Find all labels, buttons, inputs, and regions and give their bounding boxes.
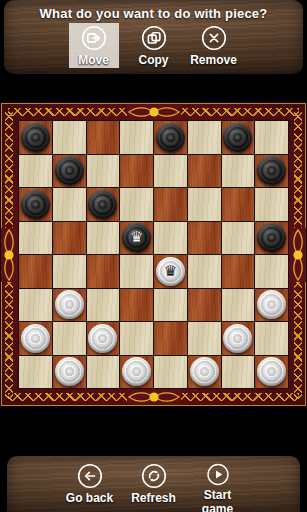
square-r6c1[interactable] (19, 289, 52, 322)
square-r4c2[interactable] (53, 222, 86, 255)
square-r2c6[interactable] (188, 155, 221, 188)
checkers-app-screen: { "game": "checkers (draughts), 8x8 boar… (0, 0, 307, 512)
square-r6c8[interactable] (255, 289, 288, 322)
dialog-title: What do you want to do with piece? (4, 0, 303, 21)
square-r5c8[interactable] (255, 255, 288, 288)
square-r3c8[interactable] (255, 188, 288, 221)
square-r3c6[interactable] (188, 188, 221, 221)
square-r7c3[interactable] (87, 322, 120, 355)
black-man[interactable] (55, 156, 84, 185)
square-r5c5[interactable]: ♛ (154, 255, 187, 288)
square-r4c6[interactable] (188, 222, 221, 255)
black-man[interactable] (223, 123, 252, 152)
square-r4c8[interactable] (255, 222, 288, 255)
white-king[interactable]: ♛ (156, 257, 185, 286)
go-back-button[interactable]: Go back (59, 463, 121, 512)
start-game-button-label: Start game (187, 488, 249, 512)
black-man[interactable] (257, 223, 286, 252)
square-r3c2[interactable] (53, 188, 86, 221)
copy-icon (141, 25, 167, 51)
square-r4c5[interactable] (154, 222, 187, 255)
square-r5c2[interactable] (53, 255, 86, 288)
square-r6c2[interactable] (53, 289, 86, 322)
square-r6c5[interactable] (154, 289, 187, 322)
square-r5c6[interactable] (188, 255, 221, 288)
white-man[interactable] (257, 290, 286, 319)
checkers-board: ♛♛ (0, 102, 307, 407)
square-r4c7[interactable] (222, 222, 255, 255)
white-man[interactable] (223, 324, 252, 353)
white-man[interactable] (55, 290, 84, 319)
square-r5c1[interactable] (19, 255, 52, 288)
start-game-icon (205, 463, 231, 486)
dialog-buttons: Move Copy Remove (4, 23, 303, 68)
black-king[interactable]: ♛ (122, 223, 151, 252)
square-r5c4[interactable] (120, 255, 153, 288)
square-r4c3[interactable] (87, 222, 120, 255)
square-r2c7[interactable] (222, 155, 255, 188)
black-man[interactable] (257, 156, 286, 185)
frame-medallion-bottom-icon (127, 389, 181, 405)
square-r1c3[interactable] (87, 121, 120, 154)
white-man[interactable] (190, 357, 219, 386)
square-r7c1[interactable] (19, 322, 52, 355)
square-r7c5[interactable] (154, 322, 187, 355)
square-r8c8[interactable] (255, 356, 288, 389)
white-man[interactable] (55, 357, 84, 386)
square-r7c6[interactable] (188, 322, 221, 355)
square-r5c3[interactable] (87, 255, 120, 288)
move-button-label: Move (78, 53, 109, 67)
remove-icon (201, 25, 227, 51)
square-r3c1[interactable] (19, 188, 52, 221)
square-r3c5[interactable] (154, 188, 187, 221)
move-button[interactable]: Move (69, 23, 119, 68)
move-icon (81, 25, 107, 51)
black-man[interactable] (156, 123, 185, 152)
square-r8c7[interactable] (222, 356, 255, 389)
refresh-icon (141, 463, 167, 489)
square-r1c6[interactable] (188, 121, 221, 154)
square-r6c6[interactable] (188, 289, 221, 322)
frame-medallion-left-icon (1, 228, 17, 282)
frame-medallion-right-icon (290, 228, 306, 282)
white-man[interactable] (88, 324, 117, 353)
square-r8c3[interactable] (87, 356, 120, 389)
black-man[interactable] (88, 190, 117, 219)
square-r2c5[interactable] (154, 155, 187, 188)
square-r3c4[interactable] (120, 188, 153, 221)
refresh-button-label: Refresh (131, 491, 176, 505)
king-crown-icon: ♛ (164, 264, 177, 279)
square-r1c1[interactable] (19, 121, 52, 154)
white-man[interactable] (122, 357, 151, 386)
start-game-button[interactable]: Start game (187, 463, 249, 512)
board-grid: ♛♛ (18, 120, 289, 389)
square-r8c6[interactable] (188, 356, 221, 389)
square-r7c2[interactable] (53, 322, 86, 355)
black-man[interactable] (21, 190, 50, 219)
square-r7c4[interactable] (120, 322, 153, 355)
square-r1c2[interactable] (53, 121, 86, 154)
square-r2c4[interactable] (120, 155, 153, 188)
square-r2c1[interactable] (19, 155, 52, 188)
square-r5c7[interactable] (222, 255, 255, 288)
copy-button[interactable]: Copy (129, 23, 179, 68)
black-man[interactable] (21, 123, 50, 152)
square-r6c4[interactable] (120, 289, 153, 322)
game-toolbar: Go back Refresh Start game (7, 456, 300, 512)
go-back-icon (77, 463, 103, 489)
piece-action-dialog: What do you want to do with piece? Move … (4, 0, 303, 74)
square-r1c7[interactable] (222, 121, 255, 154)
white-man[interactable] (21, 324, 50, 353)
square-r1c4[interactable] (120, 121, 153, 154)
square-r8c5[interactable] (154, 356, 187, 389)
remove-button[interactable]: Remove (189, 23, 239, 68)
square-r4c4[interactable]: ♛ (120, 222, 153, 255)
square-r2c3[interactable] (87, 155, 120, 188)
square-r7c8[interactable] (255, 322, 288, 355)
square-r6c7[interactable] (222, 289, 255, 322)
square-r3c7[interactable] (222, 188, 255, 221)
square-r8c2[interactable] (53, 356, 86, 389)
square-r8c1[interactable] (19, 356, 52, 389)
refresh-button[interactable]: Refresh (123, 463, 185, 512)
square-r2c8[interactable] (255, 155, 288, 188)
remove-button-label: Remove (190, 53, 237, 67)
go-back-button-label: Go back (66, 491, 113, 505)
square-r1c8[interactable] (255, 121, 288, 154)
square-r1c5[interactable] (154, 121, 187, 154)
square-r6c3[interactable] (87, 289, 120, 322)
square-r4c1[interactable] (19, 222, 52, 255)
square-r7c7[interactable] (222, 322, 255, 355)
square-r8c4[interactable] (120, 356, 153, 389)
square-r3c3[interactable] (87, 188, 120, 221)
king-crown-icon: ♛ (130, 230, 143, 245)
white-man[interactable] (257, 357, 286, 386)
frame-medallion-top-icon (127, 104, 181, 120)
square-r2c2[interactable] (53, 155, 86, 188)
copy-button-label: Copy (139, 53, 169, 67)
